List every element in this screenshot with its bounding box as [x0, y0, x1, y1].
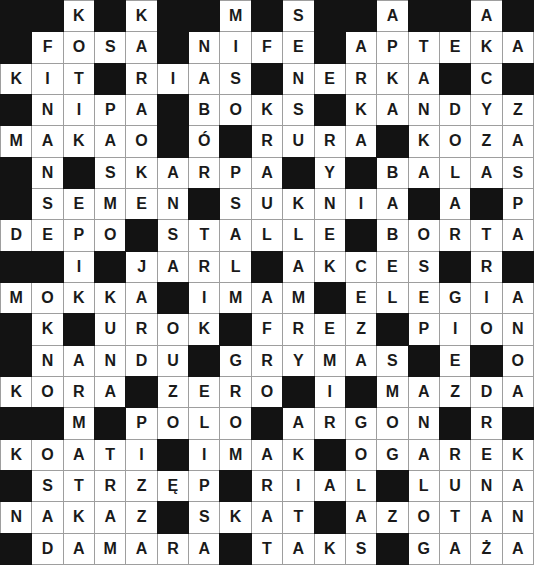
- cell-r18c16[interactable]: Ż: [471, 534, 501, 564]
- cell-r12c5[interactable]: D: [126, 346, 156, 376]
- cell-r5c2[interactable]: A: [32, 126, 62, 156]
- block-cell-r1c1: [1, 1, 31, 31]
- cell-r8c17[interactable]: A: [503, 220, 533, 250]
- cell-r8c8[interactable]: A: [220, 220, 250, 250]
- cell-r12c6[interactable]: U: [158, 346, 188, 376]
- cell-r6c15[interactable]: L: [440, 158, 470, 188]
- cell-r10c12[interactable]: E: [346, 283, 376, 313]
- cell-r6c2[interactable]: N: [32, 158, 62, 188]
- cell-r10c3[interactable]: K: [64, 283, 94, 313]
- cell-r18c3[interactable]: A: [64, 534, 94, 564]
- cell-r15c15[interactable]: R: [440, 440, 470, 470]
- cell-r16c7[interactable]: P: [189, 471, 219, 501]
- cell-r13c16[interactable]: D: [471, 377, 501, 407]
- block-cell-r7c7: [189, 189, 219, 219]
- cell-r13c11[interactable]: I: [315, 377, 345, 407]
- block-cell-r2c11: [315, 32, 345, 62]
- cell-r10c17[interactable]: A: [503, 283, 533, 313]
- cell-r1c5[interactable]: K: [126, 1, 156, 31]
- cell-r12c15[interactable]: E: [440, 346, 470, 376]
- cell-r15c10[interactable]: K: [283, 440, 313, 470]
- cell-r14c10[interactable]: A: [283, 408, 313, 438]
- block-cell-r18c8: [220, 534, 250, 564]
- cell-r13c9[interactable]: O: [252, 377, 282, 407]
- cell-r15c3[interactable]: A: [64, 440, 94, 470]
- block-cell-r1c2: [32, 1, 62, 31]
- cell-r14c13[interactable]: O: [377, 408, 407, 438]
- cell-r9c6[interactable]: A: [158, 252, 188, 282]
- block-cell-r13c12: [346, 377, 376, 407]
- cell-r10c5[interactable]: A: [126, 283, 156, 313]
- cell-r18c14[interactable]: G: [409, 534, 439, 564]
- cell-r12c8[interactable]: G: [220, 346, 250, 376]
- cell-r9c11[interactable]: K: [315, 252, 345, 282]
- cell-r17c15[interactable]: T: [440, 502, 470, 532]
- cell-r2c7[interactable]: N: [189, 32, 219, 62]
- block-cell-r1c17: [503, 1, 533, 31]
- block-cell-r14c2: [32, 408, 62, 438]
- block-cell-r14c4: [95, 408, 125, 438]
- block-cell-r12c16: [471, 346, 501, 376]
- cell-r11c2[interactable]: K: [32, 314, 62, 344]
- cell-r3c3[interactable]: T: [64, 64, 94, 94]
- block-cell-r7c1: [1, 189, 31, 219]
- cell-r9c5[interactable]: J: [126, 252, 156, 282]
- block-cell-r9c2: [32, 252, 62, 282]
- cell-r17c16[interactable]: A: [471, 502, 501, 532]
- cell-r17c17[interactable]: N: [503, 502, 533, 532]
- block-cell-r4c1: [1, 95, 31, 125]
- cell-r18c17[interactable]: A: [503, 534, 533, 564]
- block-cell-r2c1: [1, 32, 31, 62]
- cell-r11c16[interactable]: O: [471, 314, 501, 344]
- block-cell-r6c12: [346, 158, 376, 188]
- cell-r3c8[interactable]: S: [220, 64, 250, 94]
- cell-r8c16[interactable]: T: [471, 220, 501, 250]
- cell-r14c16[interactable]: R: [471, 408, 501, 438]
- cell-r6c5[interactable]: K: [126, 158, 156, 188]
- cell-r17c1[interactable]: N: [1, 502, 31, 532]
- block-cell-r9c1: [1, 252, 31, 282]
- cell-r5c1[interactable]: M: [1, 126, 31, 156]
- cell-r8c14[interactable]: O: [409, 220, 439, 250]
- cell-r3c1[interactable]: K: [1, 64, 31, 94]
- block-cell-r6c1: [1, 158, 31, 188]
- cell-r17c9[interactable]: A: [252, 502, 282, 532]
- cell-r6c7[interactable]: R: [189, 158, 219, 188]
- cell-r5c15[interactable]: O: [440, 126, 470, 156]
- cell-r2c14[interactable]: T: [409, 32, 439, 62]
- cell-r6c17[interactable]: S: [503, 158, 533, 188]
- block-cell-r9c9: [252, 252, 282, 282]
- cell-r11c12[interactable]: Z: [346, 314, 376, 344]
- cell-r16c14[interactable]: L: [409, 471, 439, 501]
- cell-r1c8[interactable]: M: [220, 1, 250, 31]
- cell-r4c10[interactable]: S: [283, 95, 313, 125]
- cell-r13c7[interactable]: E: [189, 377, 219, 407]
- cell-r11c4[interactable]: U: [95, 314, 125, 344]
- cell-r15c13[interactable]: G: [377, 440, 407, 470]
- cell-r1c13[interactable]: A: [377, 1, 407, 31]
- block-cell-r15c6: [158, 440, 188, 470]
- block-cell-r11c13: [377, 314, 407, 344]
- block-cell-r7c16: [471, 189, 501, 219]
- cell-r16c5[interactable]: Z: [126, 471, 156, 501]
- cell-r18c7[interactable]: A: [189, 534, 219, 564]
- cell-r11c11[interactable]: E: [315, 314, 345, 344]
- cell-r14c6[interactable]: O: [158, 408, 188, 438]
- block-cell-r18c13: [377, 534, 407, 564]
- cell-r15c17[interactable]: K: [503, 440, 533, 470]
- block-cell-r1c12: [346, 1, 376, 31]
- cell-r13c8[interactable]: R: [220, 377, 250, 407]
- cell-r8c4[interactable]: O: [95, 220, 125, 250]
- cell-r18c2[interactable]: D: [32, 534, 62, 564]
- cell-r15c4[interactable]: T: [95, 440, 125, 470]
- cell-r16c10[interactable]: I: [283, 471, 313, 501]
- block-cell-r10c6: [158, 283, 188, 313]
- block-cell-r15c11: [315, 440, 345, 470]
- cell-r16c17[interactable]: A: [503, 471, 533, 501]
- cell-r18c6[interactable]: R: [158, 534, 188, 564]
- cell-r10c14[interactable]: E: [409, 283, 439, 313]
- block-cell-r5c8: [220, 126, 250, 156]
- cell-r18c12[interactable]: S: [346, 534, 376, 564]
- cell-r2c13[interactable]: P: [377, 32, 407, 62]
- cell-r7c5[interactable]: E: [126, 189, 156, 219]
- cell-r10c16[interactable]: I: [471, 283, 501, 313]
- cell-r7c9[interactable]: U: [252, 189, 282, 219]
- cell-r10c15[interactable]: G: [440, 283, 470, 313]
- block-cell-r10c11: [315, 283, 345, 313]
- cell-r17c12[interactable]: A: [346, 502, 376, 532]
- cell-r3c13[interactable]: K: [377, 64, 407, 94]
- cell-r4c9[interactable]: K: [252, 95, 282, 125]
- cell-r18c9[interactable]: T: [252, 534, 282, 564]
- cell-r13c4[interactable]: A: [95, 377, 125, 407]
- block-cell-r1c6: [158, 1, 188, 31]
- cell-r15c16[interactable]: E: [471, 440, 501, 470]
- cell-r4c3[interactable]: I: [64, 95, 94, 125]
- cell-r9c10[interactable]: A: [283, 252, 313, 282]
- cell-r18c4[interactable]: M: [95, 534, 125, 564]
- cell-r9c3[interactable]: I: [64, 252, 94, 282]
- cell-r4c14[interactable]: N: [409, 95, 439, 125]
- block-cell-r11c1: [1, 314, 31, 344]
- cell-r10c7[interactable]: I: [189, 283, 219, 313]
- cell-r13c1[interactable]: K: [1, 377, 31, 407]
- block-cell-r4c11: [315, 95, 345, 125]
- cell-r5c16[interactable]: Z: [471, 126, 501, 156]
- cell-r18c11[interactable]: K: [315, 534, 345, 564]
- cell-r13c2[interactable]: O: [32, 377, 62, 407]
- cell-r17c10[interactable]: T: [283, 502, 313, 532]
- cell-r1c10[interactable]: S: [283, 1, 313, 31]
- cell-r6c8[interactable]: P: [220, 158, 250, 188]
- cell-r4c16[interactable]: Y: [471, 95, 501, 125]
- cell-r8c10[interactable]: L: [283, 220, 313, 250]
- cell-r2c16[interactable]: K: [471, 32, 501, 62]
- cell-r8c13[interactable]: B: [377, 220, 407, 250]
- cell-r7c17[interactable]: P: [503, 189, 533, 219]
- cell-r12c13[interactable]: S: [377, 346, 407, 376]
- cell-r15c14[interactable]: A: [409, 440, 439, 470]
- cell-r8c11[interactable]: E: [315, 220, 345, 250]
- cell-r11c5[interactable]: R: [126, 314, 156, 344]
- cell-r8c2[interactable]: E: [32, 220, 62, 250]
- cell-r8c7[interactable]: T: [189, 220, 219, 250]
- cell-r3c7[interactable]: A: [189, 64, 219, 94]
- cell-r1c16[interactable]: A: [471, 1, 501, 31]
- cell-r8c9[interactable]: L: [252, 220, 282, 250]
- cell-r12c12[interactable]: A: [346, 346, 376, 376]
- cell-r3c16[interactable]: C: [471, 64, 501, 94]
- cell-r15c1[interactable]: K: [1, 440, 31, 470]
- cell-r9c12[interactable]: C: [346, 252, 376, 282]
- cell-r13c13[interactable]: M: [377, 377, 407, 407]
- crossword-grid: KKMSAAFOSANIFEAPTEKAKITRIASNERKACNIPABOK…: [0, 0, 534, 565]
- block-cell-r6c3: [64, 158, 94, 188]
- block-cell-r16c1: [1, 471, 31, 501]
- crossword-board: KKMSAAFOSANIFEAPTEKAKITRIASNERKACNIPABOK…: [0, 0, 534, 565]
- cell-r15c9[interactable]: A: [252, 440, 282, 470]
- cell-r5c14[interactable]: K: [409, 126, 439, 156]
- cell-r9c16[interactable]: R: [471, 252, 501, 282]
- cell-r17c3[interactable]: K: [64, 502, 94, 532]
- cell-r2c17[interactable]: A: [503, 32, 533, 62]
- cell-r8c1[interactable]: D: [1, 220, 31, 250]
- cell-r17c7[interactable]: S: [189, 502, 219, 532]
- cell-r7c13[interactable]: A: [377, 189, 407, 219]
- cell-r4c7[interactable]: B: [189, 95, 219, 125]
- cell-r10c8[interactable]: M: [220, 283, 250, 313]
- block-cell-r11c8: [220, 314, 250, 344]
- cell-r2c2[interactable]: F: [32, 32, 62, 62]
- cell-r14c3[interactable]: M: [64, 408, 94, 438]
- cell-r13c6[interactable]: Z: [158, 377, 188, 407]
- cell-r16c12[interactable]: L: [346, 471, 376, 501]
- cell-r16c9[interactable]: R: [252, 471, 282, 501]
- cell-r11c6[interactable]: O: [158, 314, 188, 344]
- cell-r16c15[interactable]: U: [440, 471, 470, 501]
- cell-r16c4[interactable]: R: [95, 471, 125, 501]
- cell-r3c10[interactable]: N: [283, 64, 313, 94]
- cell-r12c3[interactable]: A: [64, 346, 94, 376]
- cell-r16c11[interactable]: A: [315, 471, 345, 501]
- cell-r12c4[interactable]: N: [95, 346, 125, 376]
- cell-r10c13[interactable]: L: [377, 283, 407, 313]
- cell-r5c3[interactable]: K: [64, 126, 94, 156]
- cell-r15c8[interactable]: M: [220, 440, 250, 470]
- cell-r3c6[interactable]: I: [158, 64, 188, 94]
- cell-r2c9[interactable]: F: [252, 32, 282, 62]
- cell-r10c4[interactable]: K: [95, 283, 125, 313]
- cell-r7c2[interactable]: S: [32, 189, 62, 219]
- cell-r8c6[interactable]: S: [158, 220, 188, 250]
- block-cell-r9c4: [95, 252, 125, 282]
- block-cell-r14c1: [1, 408, 31, 438]
- cell-r17c13[interactable]: Z: [377, 502, 407, 532]
- block-cell-r14c17: [503, 408, 533, 438]
- block-cell-r6c10: [283, 158, 313, 188]
- cell-r7c10[interactable]: K: [283, 189, 313, 219]
- block-cell-r7c14: [409, 189, 439, 219]
- cell-r6c13[interactable]: B: [377, 158, 407, 188]
- block-cell-r1c4: [95, 1, 125, 31]
- cell-r5c10[interactable]: U: [283, 126, 313, 156]
- cell-r14c11[interactable]: R: [315, 408, 345, 438]
- cell-r15c7[interactable]: I: [189, 440, 219, 470]
- cell-r12c2[interactable]: N: [32, 346, 62, 376]
- block-cell-r1c14: [409, 1, 439, 31]
- block-cell-r3c15: [440, 64, 470, 94]
- cell-r5c9[interactable]: R: [252, 126, 282, 156]
- cell-r3c11[interactable]: E: [315, 64, 345, 94]
- cell-r2c12[interactable]: A: [346, 32, 376, 62]
- block-cell-r9c17: [503, 252, 533, 282]
- cell-r2c5[interactable]: A: [126, 32, 156, 62]
- cell-r5c7[interactable]: Ó: [189, 126, 219, 156]
- cell-r15c12[interactable]: O: [346, 440, 376, 470]
- cell-r14c5[interactable]: P: [126, 408, 156, 438]
- cell-r4c17[interactable]: Z: [503, 95, 533, 125]
- cell-r12c17[interactable]: O: [503, 346, 533, 376]
- cell-r9c14[interactable]: S: [409, 252, 439, 282]
- cell-r5c5[interactable]: O: [126, 126, 156, 156]
- cell-r12c9[interactable]: R: [252, 346, 282, 376]
- block-cell-r16c8: [220, 471, 250, 501]
- cell-r10c2[interactable]: O: [32, 283, 62, 313]
- cell-r7c8[interactable]: S: [220, 189, 250, 219]
- cell-r16c6[interactable]: Ę: [158, 471, 188, 501]
- cell-r2c15[interactable]: E: [440, 32, 470, 62]
- cell-r3c5[interactable]: R: [126, 64, 156, 94]
- cell-r15c5[interactable]: I: [126, 440, 156, 470]
- cell-r4c5[interactable]: A: [126, 95, 156, 125]
- cell-r7c11[interactable]: N: [315, 189, 345, 219]
- cell-r15c2[interactable]: O: [32, 440, 62, 470]
- cell-r9c7[interactable]: R: [189, 252, 219, 282]
- cell-r18c10[interactable]: A: [283, 534, 313, 564]
- cell-r13c15[interactable]: Z: [440, 377, 470, 407]
- cell-r11c9[interactable]: F: [252, 314, 282, 344]
- cell-r6c4[interactable]: S: [95, 158, 125, 188]
- block-cell-r18c1: [1, 534, 31, 564]
- cell-r7c12[interactable]: I: [346, 189, 376, 219]
- cell-r3c12[interactable]: R: [346, 64, 376, 94]
- cell-r10c10[interactable]: M: [283, 283, 313, 313]
- block-cell-r17c11: [315, 502, 345, 532]
- cell-r2c8[interactable]: I: [220, 32, 250, 62]
- cell-r17c2[interactable]: A: [32, 502, 62, 532]
- cell-r17c4[interactable]: A: [95, 502, 125, 532]
- cell-r5c11[interactable]: R: [315, 126, 345, 156]
- block-cell-r16c13: [377, 471, 407, 501]
- block-cell-r5c13: [377, 126, 407, 156]
- cell-r9c13[interactable]: E: [377, 252, 407, 282]
- cell-r4c12[interactable]: K: [346, 95, 376, 125]
- cell-r13c3[interactable]: R: [64, 377, 94, 407]
- block-cell-r1c15: [440, 1, 470, 31]
- cell-r12c11[interactable]: M: [315, 346, 345, 376]
- cell-r11c15[interactable]: I: [440, 314, 470, 344]
- cell-r4c15[interactable]: D: [440, 95, 470, 125]
- cell-r4c13[interactable]: A: [377, 95, 407, 125]
- cell-r11c7[interactable]: K: [189, 314, 219, 344]
- cell-r16c16[interactable]: N: [471, 471, 501, 501]
- cell-r14c14[interactable]: N: [409, 408, 439, 438]
- block-cell-r2c6: [158, 32, 188, 62]
- cell-r13c14[interactable]: A: [409, 377, 439, 407]
- cell-r7c15[interactable]: A: [440, 189, 470, 219]
- cell-r14c12[interactable]: G: [346, 408, 376, 438]
- block-cell-r13c5: [126, 377, 156, 407]
- cell-r2c3[interactable]: O: [64, 32, 94, 62]
- cell-r11c14[interactable]: P: [409, 314, 439, 344]
- cell-r7c6[interactable]: N: [158, 189, 188, 219]
- cell-r13c17[interactable]: A: [503, 377, 533, 407]
- cell-r6c14[interactable]: A: [409, 158, 439, 188]
- cell-r2c4[interactable]: S: [95, 32, 125, 62]
- cell-r7c4[interactable]: M: [95, 189, 125, 219]
- cell-r5c17[interactable]: A: [503, 126, 533, 156]
- cell-r9c8[interactable]: L: [220, 252, 250, 282]
- cell-r6c16[interactable]: A: [471, 158, 501, 188]
- cell-r8c3[interactable]: P: [64, 220, 94, 250]
- cell-r6c9[interactable]: A: [252, 158, 282, 188]
- cell-r4c2[interactable]: N: [32, 95, 62, 125]
- block-cell-r3c4: [95, 64, 125, 94]
- cell-r17c14[interactable]: O: [409, 502, 439, 532]
- cell-r3c14[interactable]: A: [409, 64, 439, 94]
- cell-r4c8[interactable]: O: [220, 95, 250, 125]
- cell-r8c15[interactable]: R: [440, 220, 470, 250]
- cell-r11c17[interactable]: N: [503, 314, 533, 344]
- cell-r14c8[interactable]: O: [220, 408, 250, 438]
- block-cell-r12c1: [1, 346, 31, 376]
- block-cell-r3c17: [503, 64, 533, 94]
- cell-r7c3[interactable]: E: [64, 189, 94, 219]
- block-cell-r8c5: [126, 220, 156, 250]
- block-cell-r12c14: [409, 346, 439, 376]
- cell-r12c10[interactable]: Y: [283, 346, 313, 376]
- cell-r6c11[interactable]: Y: [315, 158, 345, 188]
- cell-r3c2[interactable]: I: [32, 64, 62, 94]
- cell-r17c8[interactable]: K: [220, 502, 250, 532]
- cell-r6c6[interactable]: A: [158, 158, 188, 188]
- cell-r5c12[interactable]: A: [346, 126, 376, 156]
- cell-r16c2[interactable]: S: [32, 471, 62, 501]
- cell-r16c3[interactable]: T: [64, 471, 94, 501]
- block-cell-r13c10: [283, 377, 313, 407]
- cell-r2c10[interactable]: E: [283, 32, 313, 62]
- block-cell-r5c6: [158, 126, 188, 156]
- block-cell-r1c11: [315, 1, 345, 31]
- block-cell-r4c6: [158, 95, 188, 125]
- block-cell-r8c12: [346, 220, 376, 250]
- block-cell-r3c9: [252, 64, 282, 94]
- cell-r11c10[interactable]: R: [283, 314, 313, 344]
- cell-r18c5[interactable]: A: [126, 534, 156, 564]
- cell-r10c9[interactable]: A: [252, 283, 282, 313]
- cell-r17c5[interactable]: Z: [126, 502, 156, 532]
- cell-r14c7[interactable]: L: [189, 408, 219, 438]
- cell-r18c15[interactable]: A: [440, 534, 470, 564]
- cell-r10c1[interactable]: M: [1, 283, 31, 313]
- cell-r5c4[interactable]: A: [95, 126, 125, 156]
- cell-r4c4[interactable]: P: [95, 95, 125, 125]
- cell-r1c3[interactable]: K: [64, 1, 94, 31]
